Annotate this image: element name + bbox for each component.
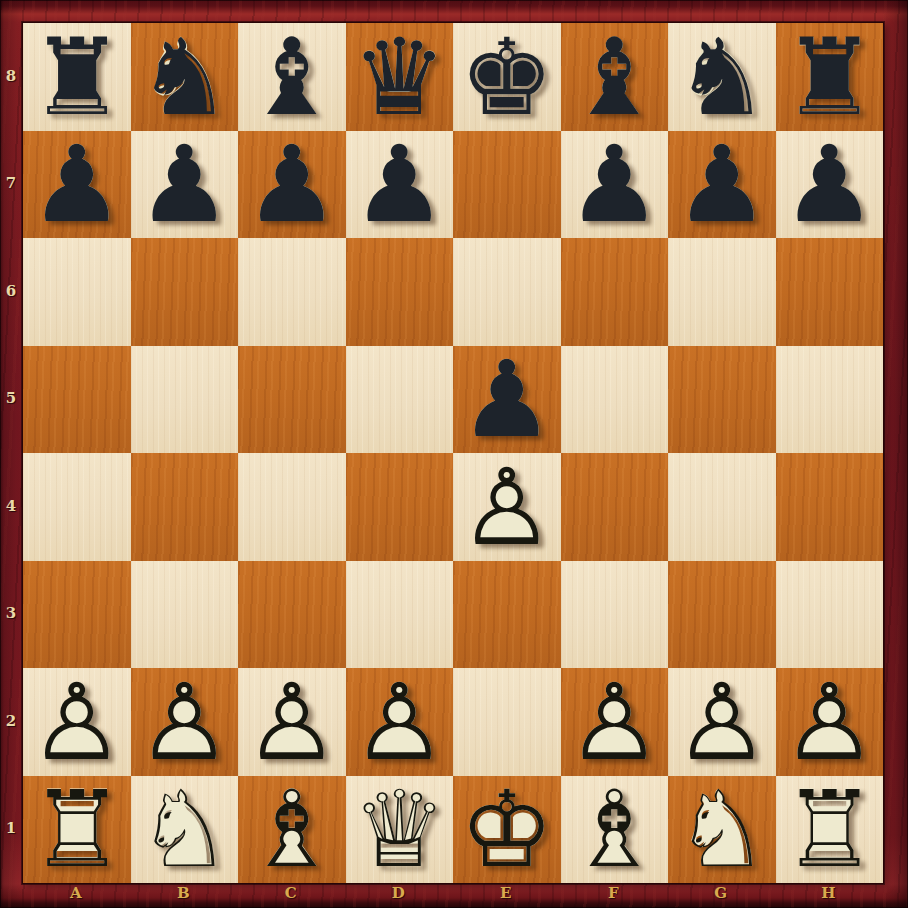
white-rook-glyph-detail: ♖ <box>776 777 884 885</box>
white-pawn-glyph-detail: ♙ <box>776 669 884 777</box>
piece-black-bishop[interactable]: ♗♝ <box>561 23 669 131</box>
square-d5[interactable] <box>346 346 454 454</box>
square-c4[interactable] <box>238 453 346 561</box>
rank-label-8: 8 <box>0 22 22 130</box>
white-queen-glyph-detail: ♕ <box>346 777 454 885</box>
square-f8[interactable]: ♗♝ <box>561 23 669 131</box>
piece-white-rook[interactable]: ♜♖ <box>23 776 131 884</box>
piece-black-bishop[interactable]: ♗♝ <box>238 23 346 131</box>
black-rook-glyph-detail: ♜ <box>776 24 884 132</box>
piece-white-pawn[interactable]: ♟♙ <box>346 668 454 776</box>
square-g8[interactable]: ♘♞ <box>668 23 776 131</box>
piece-white-pawn[interactable]: ♟♙ <box>668 668 776 776</box>
piece-white-pawn[interactable]: ♟♙ <box>561 668 669 776</box>
square-d1[interactable]: ♛♕ <box>346 776 454 884</box>
square-d7[interactable]: ♙♟ <box>346 131 454 239</box>
square-f3[interactable] <box>561 561 669 669</box>
square-h3[interactable] <box>776 561 884 669</box>
rank-label-4: 4 <box>0 452 22 560</box>
square-c2[interactable]: ♟♙ <box>238 668 346 776</box>
white-pawn-glyph-detail: ♙ <box>23 669 131 777</box>
square-f6[interactable] <box>561 238 669 346</box>
black-knight-glyph-detail: ♞ <box>131 24 239 132</box>
file-label-e: E <box>452 881 560 905</box>
piece-black-pawn[interactable]: ♙♟ <box>346 131 454 239</box>
square-f4[interactable] <box>561 453 669 561</box>
square-h4[interactable] <box>776 453 884 561</box>
square-d6[interactable] <box>346 238 454 346</box>
square-c1[interactable]: ♝♗ <box>238 776 346 884</box>
square-g7[interactable]: ♙♟ <box>668 131 776 239</box>
piece-white-pawn[interactable]: ♟♙ <box>131 668 239 776</box>
square-g2[interactable]: ♟♙ <box>668 668 776 776</box>
square-b5[interactable] <box>131 346 239 454</box>
square-h6[interactable] <box>776 238 884 346</box>
square-g1[interactable]: ♞♘ <box>668 776 776 884</box>
rank-labels: 87654321 <box>0 22 22 882</box>
white-bishop-glyph-detail: ♗ <box>238 777 346 885</box>
square-d4[interactable] <box>346 453 454 561</box>
square-e8[interactable]: ♔♚ <box>453 23 561 131</box>
piece-black-king[interactable]: ♔♚ <box>453 23 561 131</box>
file-label-d: D <box>345 881 453 905</box>
rank-label-6: 6 <box>0 237 22 345</box>
piece-white-bishop[interactable]: ♝♗ <box>238 776 346 884</box>
square-a3[interactable] <box>23 561 131 669</box>
square-a2[interactable]: ♟♙ <box>23 668 131 776</box>
board-frame: 87654321 ABCDEFGH ♖♜♘♞♗♝♕♛♔♚♗♝♘♞♖♜♙♟♙♟♙♟… <box>0 0 908 908</box>
square-f1[interactable]: ♝♗ <box>561 776 669 884</box>
square-a6[interactable] <box>23 238 131 346</box>
file-label-f: F <box>560 881 668 905</box>
piece-black-pawn[interactable]: ♙♟ <box>131 131 239 239</box>
black-king-glyph-detail: ♚ <box>453 24 561 132</box>
square-b6[interactable] <box>131 238 239 346</box>
piece-black-rook[interactable]: ♖♜ <box>23 23 131 131</box>
black-queen-glyph-detail: ♛ <box>346 24 454 132</box>
square-e4[interactable]: ♟♙ <box>453 453 561 561</box>
square-c7[interactable]: ♙♟ <box>238 131 346 239</box>
piece-white-king[interactable]: ♚♔ <box>453 776 561 884</box>
square-e2[interactable] <box>453 668 561 776</box>
square-a5[interactable] <box>23 346 131 454</box>
white-pawn-glyph-detail: ♙ <box>668 669 776 777</box>
chess-board[interactable]: ♖♜♘♞♗♝♕♛♔♚♗♝♘♞♖♜♙♟♙♟♙♟♙♟♙♟♙♟♙♟♙♟♟♙♟♙♟♙♟♙… <box>22 22 884 884</box>
black-pawn-glyph-detail: ♟ <box>238 132 346 240</box>
square-g3[interactable] <box>668 561 776 669</box>
piece-black-rook[interactable]: ♖♜ <box>776 23 884 131</box>
white-knight-glyph-detail: ♘ <box>668 777 776 885</box>
square-h1[interactable]: ♜♖ <box>776 776 884 884</box>
square-b8[interactable]: ♘♞ <box>131 23 239 131</box>
square-f7[interactable]: ♙♟ <box>561 131 669 239</box>
square-e6[interactable] <box>453 238 561 346</box>
rank-label-2: 2 <box>0 667 22 775</box>
piece-black-pawn[interactable]: ♙♟ <box>668 131 776 239</box>
square-a8[interactable]: ♖♜ <box>23 23 131 131</box>
square-g6[interactable] <box>668 238 776 346</box>
piece-white-knight[interactable]: ♞♘ <box>131 776 239 884</box>
black-bishop-glyph-detail: ♝ <box>238 24 346 132</box>
file-labels: ABCDEFGH <box>22 881 882 905</box>
square-h7[interactable]: ♙♟ <box>776 131 884 239</box>
piece-white-knight[interactable]: ♞♘ <box>668 776 776 884</box>
square-b7[interactable]: ♙♟ <box>131 131 239 239</box>
piece-white-rook[interactable]: ♜♖ <box>776 776 884 884</box>
square-d2[interactable]: ♟♙ <box>346 668 454 776</box>
rank-label-5: 5 <box>0 345 22 453</box>
black-pawn-glyph-detail: ♟ <box>561 132 669 240</box>
piece-black-pawn[interactable]: ♙♟ <box>238 131 346 239</box>
piece-white-bishop[interactable]: ♝♗ <box>561 776 669 884</box>
square-h8[interactable]: ♖♜ <box>776 23 884 131</box>
black-pawn-glyph-detail: ♟ <box>131 132 239 240</box>
square-c3[interactable] <box>238 561 346 669</box>
square-c8[interactable]: ♗♝ <box>238 23 346 131</box>
piece-black-pawn[interactable]: ♙♟ <box>776 131 884 239</box>
piece-black-knight[interactable]: ♘♞ <box>668 23 776 131</box>
square-b3[interactable] <box>131 561 239 669</box>
rank-label-7: 7 <box>0 130 22 238</box>
square-f2[interactable]: ♟♙ <box>561 668 669 776</box>
square-h2[interactable]: ♟♙ <box>776 668 884 776</box>
piece-black-pawn[interactable]: ♙♟ <box>453 346 561 454</box>
black-rook-glyph-detail: ♜ <box>23 24 131 132</box>
black-pawn-glyph-detail: ♟ <box>668 132 776 240</box>
square-d3[interactable] <box>346 561 454 669</box>
piece-white-pawn[interactable]: ♟♙ <box>238 668 346 776</box>
piece-black-pawn[interactable]: ♙♟ <box>23 131 131 239</box>
white-rook-glyph-detail: ♖ <box>23 777 131 885</box>
square-a4[interactable] <box>23 453 131 561</box>
file-label-b: B <box>130 881 238 905</box>
square-g5[interactable] <box>668 346 776 454</box>
black-pawn-glyph-detail: ♟ <box>346 132 454 240</box>
piece-white-pawn[interactable]: ♟♙ <box>453 453 561 561</box>
piece-white-pawn[interactable]: ♟♙ <box>776 668 884 776</box>
white-pawn-glyph-detail: ♙ <box>131 669 239 777</box>
file-label-g: G <box>667 881 775 905</box>
square-e3[interactable] <box>453 561 561 669</box>
white-king-glyph-detail: ♔ <box>453 777 561 885</box>
square-e5[interactable]: ♙♟ <box>453 346 561 454</box>
square-d8[interactable]: ♕♛ <box>346 23 454 131</box>
black-pawn-glyph-detail: ♟ <box>453 347 561 455</box>
file-label-c: C <box>237 881 345 905</box>
square-e7[interactable] <box>453 131 561 239</box>
square-b2[interactable]: ♟♙ <box>131 668 239 776</box>
piece-black-knight[interactable]: ♘♞ <box>131 23 239 131</box>
square-b4[interactable] <box>131 453 239 561</box>
piece-black-queen[interactable]: ♕♛ <box>346 23 454 131</box>
piece-white-pawn[interactable]: ♟♙ <box>23 668 131 776</box>
square-b1[interactable]: ♞♘ <box>131 776 239 884</box>
piece-white-queen[interactable]: ♛♕ <box>346 776 454 884</box>
black-knight-glyph-detail: ♞ <box>668 24 776 132</box>
white-bishop-glyph-detail: ♗ <box>561 777 669 885</box>
black-pawn-glyph-detail: ♟ <box>23 132 131 240</box>
square-g4[interactable] <box>668 453 776 561</box>
rank-label-1: 1 <box>0 775 22 883</box>
square-a7[interactable]: ♙♟ <box>23 131 131 239</box>
square-a1[interactable]: ♜♖ <box>23 776 131 884</box>
rank-label-3: 3 <box>0 560 22 668</box>
file-label-h: H <box>775 881 883 905</box>
file-label-a: A <box>22 881 130 905</box>
black-bishop-glyph-detail: ♝ <box>561 24 669 132</box>
white-knight-glyph-detail: ♘ <box>131 777 239 885</box>
white-pawn-glyph-detail: ♙ <box>453 454 561 562</box>
piece-black-pawn[interactable]: ♙♟ <box>561 131 669 239</box>
square-h5[interactable] <box>776 346 884 454</box>
square-e1[interactable]: ♚♔ <box>453 776 561 884</box>
square-c5[interactable] <box>238 346 346 454</box>
white-pawn-glyph-detail: ♙ <box>561 669 669 777</box>
black-pawn-glyph-detail: ♟ <box>776 132 884 240</box>
square-c6[interactable] <box>238 238 346 346</box>
white-pawn-glyph-detail: ♙ <box>238 669 346 777</box>
square-f5[interactable] <box>561 346 669 454</box>
white-pawn-glyph-detail: ♙ <box>346 669 454 777</box>
